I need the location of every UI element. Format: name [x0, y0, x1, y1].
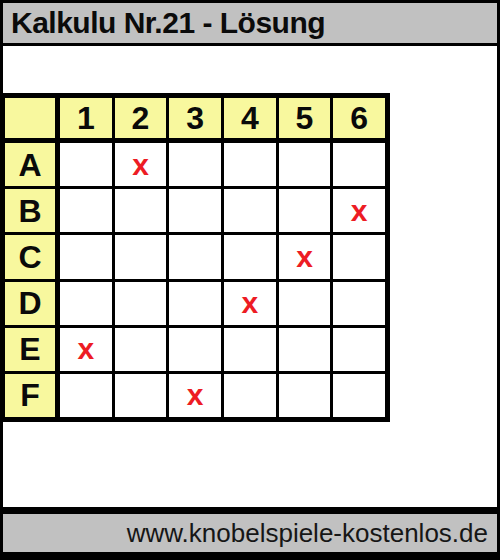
row-header-F: F	[5, 374, 57, 417]
row-header-D: D	[5, 282, 57, 325]
col-header-1-label: 1	[77, 102, 95, 134]
cell-C1	[60, 235, 112, 278]
row-header-E: E	[5, 328, 57, 371]
cell-A3	[169, 143, 221, 186]
cell-F1	[60, 374, 112, 417]
x-mark: x	[132, 150, 149, 180]
cell-B5	[279, 189, 331, 232]
cell-C6	[333, 235, 385, 278]
cell-A4	[224, 143, 276, 186]
x-mark: x	[241, 288, 258, 318]
col-header-6: 6	[333, 98, 385, 140]
row-header-B-label: B	[18, 195, 41, 227]
cell-F6	[333, 374, 385, 417]
cell-B1	[60, 189, 112, 232]
row-header-C: C	[5, 235, 57, 278]
x-mark: x	[77, 334, 94, 364]
cell-C4	[224, 235, 276, 278]
cell-D2	[115, 282, 167, 325]
cell-E2	[115, 328, 167, 371]
row-header-E-label: E	[19, 333, 40, 365]
cell-E6	[333, 328, 385, 371]
cell-C2	[115, 235, 167, 278]
row-header-A: A	[5, 143, 57, 186]
page-title: Kalkulu Nr.21 - Lösung	[11, 6, 325, 40]
cell-E1: x	[60, 328, 112, 371]
title-bar: Kalkulu Nr.21 - Lösung	[3, 3, 497, 46]
col-header-2: 2	[115, 98, 167, 140]
col-header-6-label: 6	[350, 102, 368, 134]
col-header-1: 1	[60, 98, 112, 140]
cell-B4	[224, 189, 276, 232]
x-mark: x	[296, 242, 313, 272]
cell-D4: x	[224, 282, 276, 325]
cell-B3	[169, 189, 221, 232]
row-header-F-label: F	[20, 379, 40, 411]
cell-D3	[169, 282, 221, 325]
row-header-D-label: D	[18, 287, 41, 319]
cell-F4	[224, 374, 276, 417]
cell-C5: x	[279, 235, 331, 278]
col-header-2-label: 2	[132, 102, 150, 134]
x-mark: x	[187, 380, 204, 410]
cell-A5	[279, 143, 331, 186]
cell-C3	[169, 235, 221, 278]
row-header-C-label: C	[18, 241, 41, 273]
x-mark: x	[351, 196, 368, 226]
cell-E4	[224, 328, 276, 371]
cell-B6: x	[333, 189, 385, 232]
cell-D1	[60, 282, 112, 325]
cell-A1	[60, 143, 112, 186]
col-header-4: 4	[224, 98, 276, 140]
cell-D6	[333, 282, 385, 325]
page: Kalkulu Nr.21 - Lösung 123456AxBxCxDxExF…	[0, 0, 500, 560]
cell-D5	[279, 282, 331, 325]
col-header-3: 3	[169, 98, 221, 140]
row-header-A-label: A	[18, 149, 41, 181]
cell-B2	[115, 189, 167, 232]
cell-A2: x	[115, 143, 167, 186]
footer-url: www.knobelspiele-kostenlos.de	[127, 518, 488, 549]
col-header-4-label: 4	[241, 102, 259, 134]
col-header-5: 5	[279, 98, 331, 140]
corner-cell	[5, 98, 57, 140]
cell-E5	[279, 328, 331, 371]
main-area: 123456AxBxCxDxExFx	[3, 46, 497, 507]
cell-A6	[333, 143, 385, 186]
cell-F5	[279, 374, 331, 417]
col-header-3-label: 3	[186, 102, 204, 134]
row-header-B: B	[5, 189, 57, 232]
cell-F2	[115, 374, 167, 417]
footer-bar: www.knobelspiele-kostenlos.de	[3, 507, 497, 557]
kalkulu-grid: 123456AxBxCxDxExFx	[0, 93, 390, 422]
cell-F3: x	[169, 374, 221, 417]
cell-E3	[169, 328, 221, 371]
col-header-5-label: 5	[296, 102, 314, 134]
